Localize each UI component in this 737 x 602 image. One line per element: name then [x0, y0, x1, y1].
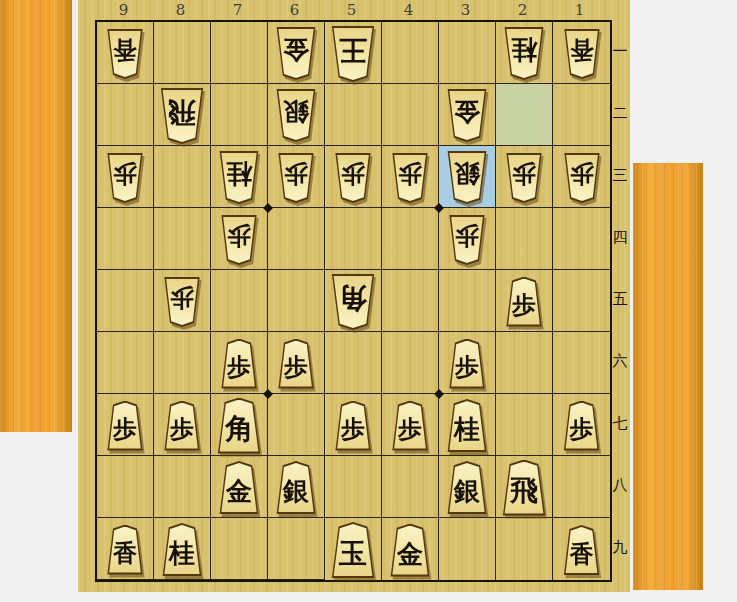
square-19[interactable]: 香 [553, 518, 610, 580]
file-label-9: 9 [95, 1, 152, 19]
square-76[interactable]: 歩 [211, 332, 268, 394]
square-26[interactable] [496, 332, 553, 394]
square-67[interactable] [268, 394, 325, 456]
piece-gote-silver[interactable]: 銀 [274, 89, 318, 142]
piece-gote-pawn[interactable]: 歩 [105, 153, 145, 203]
koma-shape: 香 [105, 29, 145, 79]
file-coordinate-labels: 987654321 [95, 1, 608, 19]
square-15[interactable] [553, 270, 610, 332]
piece-kanji: 歩 [455, 224, 479, 255]
file-label-6: 6 [266, 1, 323, 19]
square-88[interactable] [154, 456, 211, 518]
square-66[interactable]: 歩 [268, 332, 325, 394]
koma-shape: 歩 [276, 339, 316, 389]
koma-shape: 歩 [562, 401, 602, 451]
koma-shape: 歩 [562, 153, 602, 203]
koma-shape: 歩 [219, 339, 259, 389]
rank-coordinate-labels: 一二三四五六七八九 [610, 20, 630, 578]
square-58[interactable] [325, 456, 382, 518]
square-68[interactable]: 銀 [268, 456, 325, 518]
piece-sente-pawn[interactable]: 歩 [447, 339, 487, 389]
rank-label-7: 七 [610, 392, 630, 454]
koma-shape: 歩 [333, 401, 373, 451]
piece-sente-pawn[interactable]: 歩 [276, 339, 316, 389]
piece-sente-pawn[interactable]: 歩 [333, 401, 373, 451]
square-36[interactable]: 歩 [439, 332, 496, 394]
square-97[interactable]: 歩 [97, 394, 154, 456]
piece-kanji: 歩 [170, 410, 194, 441]
piece-kanji: 歩 [113, 162, 137, 193]
koma-shape: 玉 [329, 522, 377, 578]
koma-shape: 銀 [274, 461, 318, 514]
koma-shape: 金 [274, 27, 318, 80]
square-81[interactable] [154, 22, 211, 84]
square-46[interactable] [382, 332, 439, 394]
piece-kanji: 香 [570, 535, 594, 566]
square-77[interactable]: 角 [211, 394, 268, 456]
koma-shape: 歩 [504, 153, 544, 203]
koma-shape: 歩 [390, 153, 430, 203]
piece-kanji: 桂 [454, 409, 480, 442]
piece-kanji: 銀 [454, 471, 480, 504]
square-85[interactable]: 歩 [154, 270, 211, 332]
piece-sente-silver[interactable]: 銀 [445, 461, 489, 514]
square-21[interactable]: 桂 [496, 22, 553, 84]
square-72[interactable] [211, 84, 268, 146]
piece-gote-pawn[interactable]: 歩 [162, 277, 202, 327]
square-87[interactable]: 歩 [154, 394, 211, 456]
koma-shape: 銀 [274, 89, 318, 142]
piece-kanji: 桂 [169, 533, 195, 566]
piece-gote-gold[interactable]: 金 [274, 27, 318, 80]
piece-sente-knight[interactable]: 桂 [160, 523, 204, 576]
piece-gote-pawn[interactable]: 歩 [504, 153, 544, 203]
square-89[interactable]: 桂 [154, 518, 211, 580]
piece-gote-rook[interactable]: 飛 [158, 88, 206, 144]
square-51[interactable]: 王 [325, 22, 382, 84]
piece-sente-bishop[interactable]: 角 [215, 398, 263, 454]
rank-label-8: 八 [610, 454, 630, 516]
piece-kanji: 香 [113, 534, 137, 565]
piece-kanji: 飛 [168, 98, 196, 133]
square-74[interactable]: 歩 [211, 208, 268, 270]
piece-gote-pawn[interactable]: 歩 [562, 153, 602, 203]
piece-gote-gold[interactable]: 金 [445, 89, 489, 142]
piece-kanji: 角 [225, 408, 253, 443]
square-35[interactable] [439, 270, 496, 332]
koma-shape: 角 [215, 398, 263, 454]
square-25[interactable]: 歩 [496, 270, 553, 332]
piece-kanji: 歩 [227, 348, 251, 379]
koma-shape: 歩 [447, 339, 487, 389]
square-69[interactable] [268, 518, 325, 580]
piece-gote-knight[interactable]: 桂 [217, 151, 261, 204]
piece-kanji: 香 [570, 38, 594, 69]
piece-kanji: 歩 [284, 348, 308, 379]
piece-kanji: 歩 [341, 410, 365, 441]
square-91[interactable]: 香 [97, 22, 154, 84]
rank-label-4: 四 [610, 206, 630, 268]
square-11[interactable]: 香 [553, 22, 610, 84]
piece-kanji: 玉 [339, 533, 367, 568]
piece-sente-knight[interactable]: 桂 [445, 399, 489, 452]
square-63[interactable]: 歩 [268, 146, 325, 208]
square-16[interactable] [553, 332, 610, 394]
piece-gote-king[interactable]: 王 [329, 26, 377, 82]
square-52[interactable] [325, 84, 382, 146]
koma-shape: 金 [388, 524, 432, 577]
piece-kanji: 歩 [341, 162, 365, 193]
piece-kanji: 歩 [512, 286, 536, 317]
piece-kanji: 歩 [227, 224, 251, 255]
left-wood-panel [0, 0, 72, 432]
piece-kanji: 歩 [455, 348, 479, 379]
piece-kanji: 金 [454, 99, 480, 132]
piece-gote-lance[interactable]: 香 [105, 29, 145, 79]
file-label-7: 7 [209, 1, 266, 19]
piece-sente-pawn[interactable]: 歩 [162, 401, 202, 451]
piece-kanji: 王 [339, 36, 367, 71]
rank-label-2: 二 [610, 82, 630, 144]
square-22[interactable] [496, 84, 553, 146]
square-83[interactable] [154, 146, 211, 208]
square-57[interactable]: 歩 [325, 394, 382, 456]
piece-sente-pawn[interactable]: 歩 [219, 339, 259, 389]
koma-shape: 香 [562, 525, 602, 575]
square-12[interactable] [553, 84, 610, 146]
square-73[interactable]: 桂 [211, 146, 268, 208]
koma-shape: 銀 [445, 461, 489, 514]
square-17[interactable]: 歩 [553, 394, 610, 456]
square-37[interactable]: 桂 [439, 394, 496, 456]
piece-gote-bishop[interactable]: 角 [329, 274, 377, 330]
square-93[interactable]: 歩 [97, 146, 154, 208]
square-53[interactable]: 歩 [325, 146, 382, 208]
piece-kanji: 金 [397, 534, 423, 567]
koma-shape: 歩 [276, 153, 316, 203]
koma-shape: 銀 [445, 151, 489, 204]
square-32[interactable]: 金 [439, 84, 496, 146]
koma-shape: 香 [562, 29, 602, 79]
koma-shape: 飛 [500, 460, 548, 516]
koma-shape: 飛 [158, 88, 206, 144]
file-label-8: 8 [152, 1, 209, 19]
koma-shape: 桂 [160, 523, 204, 576]
square-31[interactable] [439, 22, 496, 84]
piece-kanji: 銀 [454, 161, 480, 194]
square-75[interactable] [211, 270, 268, 332]
square-84[interactable] [154, 208, 211, 270]
piece-sente-lance[interactable]: 香 [562, 525, 602, 575]
piece-gote-pawn[interactable]: 歩 [219, 215, 259, 265]
piece-kanji: 歩 [570, 410, 594, 441]
koma-shape: 桂 [445, 399, 489, 452]
piece-gote-pawn[interactable]: 歩 [447, 215, 487, 265]
right-wood-panel [633, 163, 703, 590]
rank-label-6: 六 [610, 330, 630, 392]
square-65[interactable] [268, 270, 325, 332]
piece-gote-silver[interactable]: 銀 [445, 151, 489, 204]
file-label-2: 2 [494, 1, 551, 19]
piece-kanji: 金 [283, 37, 309, 70]
square-44[interactable] [382, 208, 439, 270]
square-96[interactable] [97, 332, 154, 394]
piece-kanji: 香 [113, 38, 137, 69]
piece-sente-lance[interactable]: 香 [105, 525, 145, 575]
square-39[interactable] [439, 518, 496, 580]
piece-kanji: 銀 [283, 99, 309, 132]
square-23[interactable]: 歩 [496, 146, 553, 208]
file-label-1: 1 [551, 1, 608, 19]
piece-sente-rook[interactable]: 飛 [500, 460, 548, 516]
square-78[interactable]: 金 [211, 456, 268, 518]
square-95[interactable] [97, 270, 154, 332]
square-28[interactable]: 飛 [496, 456, 553, 518]
piece-sente-gold[interactable]: 金 [217, 461, 261, 514]
koma-shape: 金 [217, 461, 261, 514]
koma-shape: 歩 [504, 277, 544, 327]
square-64[interactable] [268, 208, 325, 270]
piece-kanji: 桂 [511, 37, 537, 70]
square-47[interactable]: 歩 [382, 394, 439, 456]
square-98[interactable] [97, 456, 154, 518]
piece-kanji: 歩 [512, 162, 536, 193]
koma-shape: 歩 [219, 215, 259, 265]
piece-kanji: 歩 [170, 286, 194, 317]
koma-shape: 王 [329, 26, 377, 82]
koma-shape: 金 [445, 89, 489, 142]
square-86[interactable] [154, 332, 211, 394]
square-33[interactable]: 銀 [439, 146, 496, 208]
square-49[interactable]: 金 [382, 518, 439, 580]
piece-kanji: 歩 [398, 410, 422, 441]
shogi-board-grid: 香金王桂香飛銀金歩桂歩歩歩銀歩歩歩歩歩角歩歩歩歩歩歩角歩歩桂歩金銀銀飛香桂玉金香 [95, 20, 612, 582]
piece-gote-pawn[interactable]: 歩 [390, 153, 430, 203]
koma-shape: 香 [105, 525, 145, 575]
square-79[interactable] [211, 518, 268, 580]
piece-sente-silver[interactable]: 銀 [274, 461, 318, 514]
piece-kanji: 角 [339, 284, 367, 319]
piece-sente-pawn[interactable]: 歩 [105, 401, 145, 451]
square-59[interactable]: 玉 [325, 518, 382, 580]
square-34[interactable]: 歩 [439, 208, 496, 270]
square-43[interactable]: 歩 [382, 146, 439, 208]
koma-shape: 桂 [502, 27, 546, 80]
koma-shape: 歩 [162, 401, 202, 451]
square-41[interactable] [382, 22, 439, 84]
koma-shape: 桂 [217, 151, 261, 204]
piece-kanji: 歩 [570, 162, 594, 193]
rank-label-5: 五 [610, 268, 630, 330]
square-94[interactable] [97, 208, 154, 270]
piece-kanji: 桂 [226, 161, 252, 194]
piece-kanji: 銀 [283, 471, 309, 504]
square-38[interactable]: 銀 [439, 456, 496, 518]
square-55[interactable]: 角 [325, 270, 382, 332]
piece-gote-lance[interactable]: 香 [562, 29, 602, 79]
square-29[interactable] [496, 518, 553, 580]
rank-label-9: 九 [610, 516, 630, 578]
koma-shape: 歩 [390, 401, 430, 451]
koma-shape: 歩 [105, 401, 145, 451]
file-label-3: 3 [437, 1, 494, 19]
file-label-5: 5 [323, 1, 380, 19]
square-14[interactable] [553, 208, 610, 270]
square-56[interactable] [325, 332, 382, 394]
square-13[interactable]: 歩 [553, 146, 610, 208]
square-82[interactable]: 飛 [154, 84, 211, 146]
piece-sente-pawn[interactable]: 歩 [504, 277, 544, 327]
rank-label-3: 三 [610, 144, 630, 206]
koma-shape: 歩 [333, 153, 373, 203]
piece-kanji: 歩 [284, 162, 308, 193]
square-18[interactable] [553, 456, 610, 518]
piece-sente-pawn[interactable]: 歩 [562, 401, 602, 451]
piece-gote-pawn[interactable]: 歩 [333, 153, 373, 203]
piece-gote-pawn[interactable]: 歩 [276, 153, 316, 203]
piece-gote-knight[interactable]: 桂 [502, 27, 546, 80]
koma-shape: 歩 [162, 277, 202, 327]
file-label-4: 4 [380, 1, 437, 19]
piece-kanji: 歩 [113, 410, 137, 441]
piece-kanji: 金 [226, 471, 252, 504]
square-61[interactable]: 金 [268, 22, 325, 84]
square-99[interactable]: 香 [97, 518, 154, 580]
piece-kanji: 歩 [398, 162, 422, 193]
koma-shape: 歩 [105, 153, 145, 203]
square-24[interactable] [496, 208, 553, 270]
piece-sente-pawn[interactable]: 歩 [390, 401, 430, 451]
square-42[interactable] [382, 84, 439, 146]
piece-sente-king[interactable]: 玉 [329, 522, 377, 578]
koma-shape: 歩 [447, 215, 487, 265]
koma-shape: 角 [329, 274, 377, 330]
square-27[interactable] [496, 394, 553, 456]
piece-kanji: 飛 [510, 470, 538, 505]
square-62[interactable]: 銀 [268, 84, 325, 146]
square-92[interactable] [97, 84, 154, 146]
square-71[interactable] [211, 22, 268, 84]
square-48[interactable] [382, 456, 439, 518]
square-54[interactable] [325, 208, 382, 270]
square-45[interactable] [382, 270, 439, 332]
rank-label-1: 一 [610, 20, 630, 82]
piece-sente-gold[interactable]: 金 [388, 524, 432, 577]
